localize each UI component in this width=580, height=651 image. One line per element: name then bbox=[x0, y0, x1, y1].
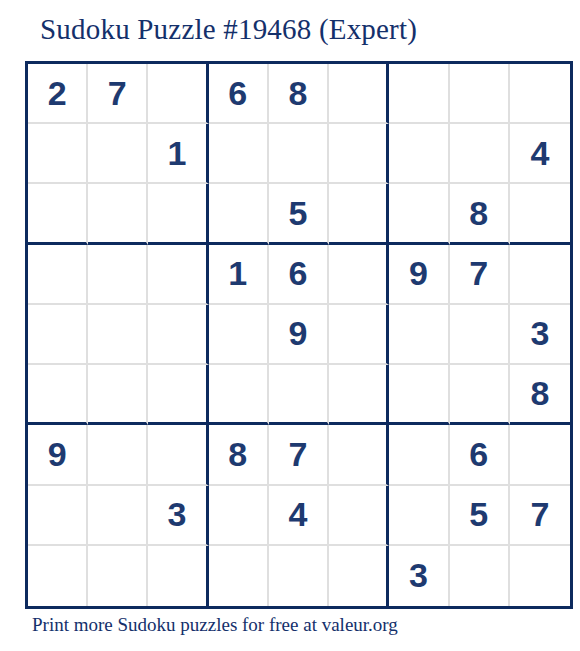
sudoku-cell-r5c4[interactable] bbox=[209, 305, 269, 365]
sudoku-cell-r4c5[interactable]: 6 bbox=[269, 245, 329, 305]
sudoku-cell-r1c3[interactable] bbox=[148, 64, 208, 124]
sudoku-cell-r2c2[interactable] bbox=[88, 124, 148, 184]
sudoku-cell-r5c8[interactable] bbox=[450, 305, 510, 365]
sudoku-cell-r2c5[interactable] bbox=[269, 124, 329, 184]
sudoku-cell-r7c4[interactable]: 8 bbox=[209, 425, 269, 485]
sudoku-cell-r5c7[interactable] bbox=[389, 305, 449, 365]
sudoku-cell-r9c7[interactable]: 3 bbox=[389, 546, 449, 606]
sudoku-cell-r6c9[interactable]: 8 bbox=[510, 365, 570, 425]
sudoku-cell-r9c1[interactable] bbox=[28, 546, 88, 606]
sudoku-cell-r4c1[interactable] bbox=[28, 245, 88, 305]
sudoku-cell-r2c4[interactable] bbox=[209, 124, 269, 184]
sudoku-board: 276814581697938987634573 bbox=[25, 61, 573, 609]
sudoku-page: Sudoku Puzzle #19468 (Expert) 2768145816… bbox=[0, 0, 580, 651]
sudoku-cell-r9c2[interactable] bbox=[88, 546, 148, 606]
sudoku-cell-r6c8[interactable] bbox=[450, 365, 510, 425]
sudoku-cell-r8c1[interactable] bbox=[28, 486, 88, 546]
sudoku-cell-r8c6[interactable] bbox=[329, 486, 389, 546]
sudoku-cell-r9c3[interactable] bbox=[148, 546, 208, 606]
sudoku-cell-r1c5[interactable]: 8 bbox=[269, 64, 329, 124]
sudoku-cell-r5c3[interactable] bbox=[148, 305, 208, 365]
sudoku-cell-r1c9[interactable] bbox=[510, 64, 570, 124]
sudoku-cell-r2c8[interactable] bbox=[450, 124, 510, 184]
sudoku-cell-r9c6[interactable] bbox=[329, 546, 389, 606]
sudoku-cell-r8c7[interactable] bbox=[389, 486, 449, 546]
sudoku-cell-r4c2[interactable] bbox=[88, 245, 148, 305]
sudoku-cell-r3c4[interactable] bbox=[209, 184, 269, 244]
sudoku-cell-r7c9[interactable] bbox=[510, 425, 570, 485]
sudoku-cell-r3c1[interactable] bbox=[28, 184, 88, 244]
sudoku-cell-r7c2[interactable] bbox=[88, 425, 148, 485]
sudoku-cell-r7c1[interactable]: 9 bbox=[28, 425, 88, 485]
sudoku-cell-r9c9[interactable] bbox=[510, 546, 570, 606]
sudoku-cell-r3c2[interactable] bbox=[88, 184, 148, 244]
sudoku-cell-r2c6[interactable] bbox=[329, 124, 389, 184]
sudoku-cell-r4c4[interactable]: 1 bbox=[209, 245, 269, 305]
sudoku-cell-r3c3[interactable] bbox=[148, 184, 208, 244]
sudoku-cell-r6c2[interactable] bbox=[88, 365, 148, 425]
sudoku-cell-r4c6[interactable] bbox=[329, 245, 389, 305]
sudoku-cell-r6c7[interactable] bbox=[389, 365, 449, 425]
sudoku-cell-r8c9[interactable]: 7 bbox=[510, 486, 570, 546]
sudoku-cell-r5c5[interactable]: 9 bbox=[269, 305, 329, 365]
sudoku-cell-r4c7[interactable]: 9 bbox=[389, 245, 449, 305]
footer-text: Print more Sudoku puzzles for free at va… bbox=[32, 613, 398, 637]
sudoku-cell-r2c9[interactable]: 4 bbox=[510, 124, 570, 184]
sudoku-cell-r9c4[interactable] bbox=[209, 546, 269, 606]
sudoku-cell-r7c5[interactable]: 7 bbox=[269, 425, 329, 485]
sudoku-cell-r1c1[interactable]: 2 bbox=[28, 64, 88, 124]
sudoku-cell-r3c8[interactable]: 8 bbox=[450, 184, 510, 244]
sudoku-cell-r6c4[interactable] bbox=[209, 365, 269, 425]
sudoku-cell-r1c2[interactable]: 7 bbox=[88, 64, 148, 124]
page-title: Sudoku Puzzle #19468 (Expert) bbox=[40, 12, 417, 46]
sudoku-cell-r1c4[interactable]: 6 bbox=[209, 64, 269, 124]
sudoku-cell-r3c9[interactable] bbox=[510, 184, 570, 244]
sudoku-cell-r6c3[interactable] bbox=[148, 365, 208, 425]
sudoku-cell-r3c6[interactable] bbox=[329, 184, 389, 244]
sudoku-cell-r2c7[interactable] bbox=[389, 124, 449, 184]
sudoku-cell-r5c2[interactable] bbox=[88, 305, 148, 365]
sudoku-cell-r7c3[interactable] bbox=[148, 425, 208, 485]
sudoku-cell-r3c5[interactable]: 5 bbox=[269, 184, 329, 244]
sudoku-cell-r6c5[interactable] bbox=[269, 365, 329, 425]
sudoku-cell-r8c2[interactable] bbox=[88, 486, 148, 546]
sudoku-cell-r5c9[interactable]: 3 bbox=[510, 305, 570, 365]
sudoku-cell-r5c6[interactable] bbox=[329, 305, 389, 365]
sudoku-cell-r1c7[interactable] bbox=[389, 64, 449, 124]
sudoku-cell-r9c5[interactable] bbox=[269, 546, 329, 606]
sudoku-cell-r5c1[interactable] bbox=[28, 305, 88, 365]
sudoku-cell-r7c6[interactable] bbox=[329, 425, 389, 485]
sudoku-cell-r1c8[interactable] bbox=[450, 64, 510, 124]
sudoku-cell-r2c1[interactable] bbox=[28, 124, 88, 184]
sudoku-cell-r1c6[interactable] bbox=[329, 64, 389, 124]
sudoku-cell-r6c1[interactable] bbox=[28, 365, 88, 425]
sudoku-cell-r2c3[interactable]: 1 bbox=[148, 124, 208, 184]
sudoku-cell-r8c3[interactable]: 3 bbox=[148, 486, 208, 546]
sudoku-cell-r4c9[interactable] bbox=[510, 245, 570, 305]
sudoku-cell-r8c4[interactable] bbox=[209, 486, 269, 546]
sudoku-cell-r7c8[interactable]: 6 bbox=[450, 425, 510, 485]
sudoku-cell-r8c8[interactable]: 5 bbox=[450, 486, 510, 546]
sudoku-cell-r7c7[interactable] bbox=[389, 425, 449, 485]
sudoku-cell-r6c6[interactable] bbox=[329, 365, 389, 425]
sudoku-cell-r3c7[interactable] bbox=[389, 184, 449, 244]
sudoku-cell-r4c3[interactable] bbox=[148, 245, 208, 305]
sudoku-cell-r8c5[interactable]: 4 bbox=[269, 486, 329, 546]
sudoku-cell-r9c8[interactable] bbox=[450, 546, 510, 606]
sudoku-cell-r4c8[interactable]: 7 bbox=[450, 245, 510, 305]
